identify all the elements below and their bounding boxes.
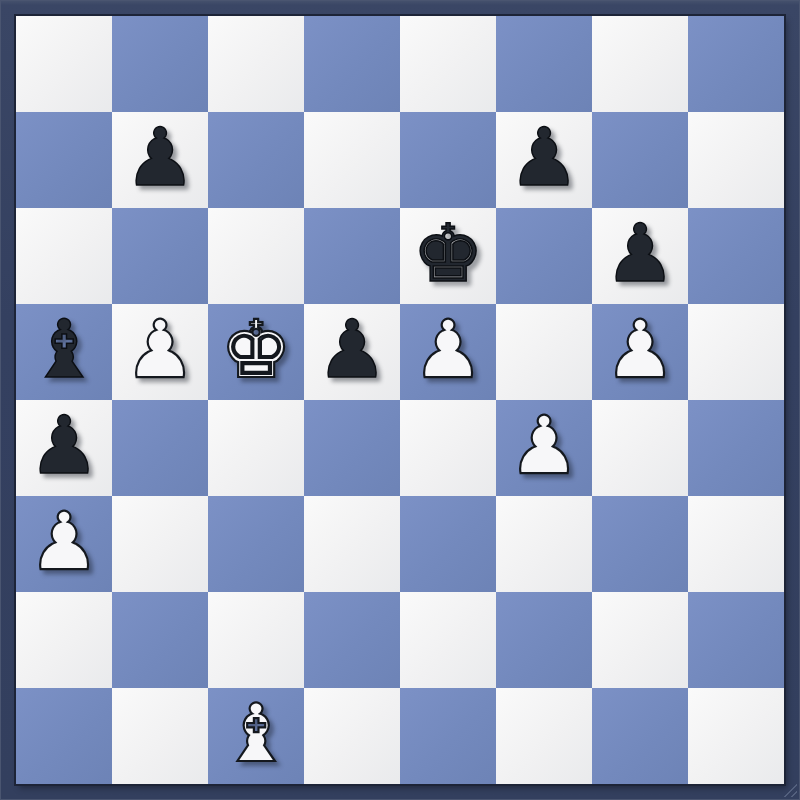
white-pawn-g5[interactable]: ♟ [604, 302, 676, 398]
white-pawn-a3[interactable]: ♟ [28, 494, 100, 590]
square-h1[interactable] [688, 688, 784, 784]
square-b5[interactable]: ♟ [112, 304, 208, 400]
square-f6[interactable] [496, 208, 592, 304]
board-frame: ♟♟♚♟♝♟♚♟♟♟♟♟♟♝ [0, 0, 800, 800]
square-d7[interactable] [304, 112, 400, 208]
black-pawn-a4[interactable]: ♟ [28, 398, 100, 494]
chess-app-window: ♟♟♚♟♝♟♚♟♟♟♟♟♟♝ [0, 0, 800, 800]
square-c6[interactable] [208, 208, 304, 304]
square-a8[interactable] [16, 16, 112, 112]
square-e2[interactable] [400, 592, 496, 688]
square-c4[interactable] [208, 400, 304, 496]
square-d5[interactable]: ♟ [304, 304, 400, 400]
square-a6[interactable] [16, 208, 112, 304]
square-a5[interactable]: ♝ [16, 304, 112, 400]
chess-board[interactable]: ♟♟♚♟♝♟♚♟♟♟♟♟♟♝ [16, 16, 784, 784]
square-f2[interactable] [496, 592, 592, 688]
square-e1[interactable] [400, 688, 496, 784]
square-d6[interactable] [304, 208, 400, 304]
square-a3[interactable]: ♟ [16, 496, 112, 592]
square-b2[interactable] [112, 592, 208, 688]
square-a2[interactable] [16, 592, 112, 688]
black-bishop-a5[interactable]: ♝ [28, 302, 100, 398]
white-pawn-f4[interactable]: ♟ [508, 398, 580, 494]
square-a7[interactable] [16, 112, 112, 208]
square-e5[interactable]: ♟ [400, 304, 496, 400]
square-g8[interactable] [592, 16, 688, 112]
square-c8[interactable] [208, 16, 304, 112]
square-b1[interactable] [112, 688, 208, 784]
square-c5[interactable]: ♚ [208, 304, 304, 400]
square-g5[interactable]: ♟ [592, 304, 688, 400]
square-h2[interactable] [688, 592, 784, 688]
square-e4[interactable] [400, 400, 496, 496]
black-pawn-f7[interactable]: ♟ [508, 110, 580, 206]
square-d8[interactable] [304, 16, 400, 112]
square-c2[interactable] [208, 592, 304, 688]
square-d2[interactable] [304, 592, 400, 688]
black-king-e6[interactable]: ♚ [412, 206, 484, 302]
square-h7[interactable] [688, 112, 784, 208]
square-h4[interactable] [688, 400, 784, 496]
white-pawn-e5[interactable]: ♟ [412, 302, 484, 398]
black-pawn-d5[interactable]: ♟ [316, 302, 388, 398]
square-b8[interactable] [112, 16, 208, 112]
square-e8[interactable] [400, 16, 496, 112]
square-c7[interactable] [208, 112, 304, 208]
square-e7[interactable] [400, 112, 496, 208]
square-g6[interactable]: ♟ [592, 208, 688, 304]
square-f3[interactable] [496, 496, 592, 592]
square-d3[interactable] [304, 496, 400, 592]
square-h3[interactable] [688, 496, 784, 592]
square-c3[interactable] [208, 496, 304, 592]
square-d1[interactable] [304, 688, 400, 784]
square-g1[interactable] [592, 688, 688, 784]
square-g2[interactable] [592, 592, 688, 688]
white-pawn-b5[interactable]: ♟ [124, 302, 196, 398]
square-h8[interactable] [688, 16, 784, 112]
square-b4[interactable] [112, 400, 208, 496]
square-e6[interactable]: ♚ [400, 208, 496, 304]
white-bishop-c1[interactable]: ♝ [220, 686, 292, 782]
black-pawn-g6[interactable]: ♟ [604, 206, 676, 302]
square-b6[interactable] [112, 208, 208, 304]
square-g7[interactable] [592, 112, 688, 208]
square-b7[interactable]: ♟ [112, 112, 208, 208]
resize-grip-icon [783, 783, 797, 797]
square-f5[interactable] [496, 304, 592, 400]
square-h5[interactable] [688, 304, 784, 400]
square-g3[interactable] [592, 496, 688, 592]
square-h6[interactable] [688, 208, 784, 304]
square-f4[interactable]: ♟ [496, 400, 592, 496]
square-f1[interactable] [496, 688, 592, 784]
square-c1[interactable]: ♝ [208, 688, 304, 784]
square-g4[interactable] [592, 400, 688, 496]
square-a4[interactable]: ♟ [16, 400, 112, 496]
square-b3[interactable] [112, 496, 208, 592]
square-f8[interactable] [496, 16, 592, 112]
black-pawn-b7[interactable]: ♟ [124, 110, 196, 206]
square-e3[interactable] [400, 496, 496, 592]
square-a1[interactable] [16, 688, 112, 784]
white-king-c5[interactable]: ♚ [220, 302, 292, 398]
square-d4[interactable] [304, 400, 400, 496]
square-f7[interactable]: ♟ [496, 112, 592, 208]
